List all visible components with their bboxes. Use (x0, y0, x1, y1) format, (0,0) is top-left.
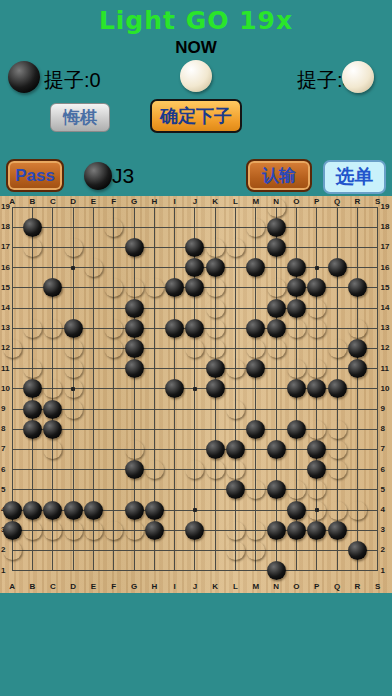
stone-black-M16 (246, 258, 265, 277)
stone-white-D12 (64, 339, 83, 358)
stone-black-G14 (125, 299, 144, 318)
grid-line-vertical (276, 207, 277, 571)
stone-black-O14 (287, 299, 306, 318)
stone-white-C13 (43, 319, 62, 338)
stone-black-J17 (185, 238, 204, 257)
stone-black-G11 (125, 359, 144, 378)
stone-black-I15 (165, 278, 184, 297)
coord-letter-bottom: G (130, 583, 138, 591)
stone-black-A3 (3, 521, 22, 540)
coord-number-right: 7 (381, 445, 392, 453)
stone-white-K6 (206, 460, 225, 479)
stone-white-C7 (43, 440, 62, 459)
coord-number-right: 16 (381, 264, 392, 272)
coord-letter-top: R (353, 198, 361, 206)
stone-white-D11 (64, 359, 83, 378)
star-point (193, 387, 197, 391)
stone-black-M8 (246, 420, 265, 439)
stone-white-M5 (246, 480, 265, 499)
stone-white-P4 (307, 501, 326, 520)
now-turn-stone (180, 60, 212, 92)
coord-letter-bottom: B (29, 583, 37, 591)
stone-white-N15 (267, 278, 286, 297)
grid-line-horizontal (12, 570, 377, 571)
stone-white-P14 (307, 299, 326, 318)
coord-number-right: 1 (381, 567, 392, 575)
stone-black-Q16 (328, 258, 347, 277)
coord-number-left: 5 (1, 486, 11, 494)
coord-number-right: 3 (381, 526, 392, 534)
star-point (71, 266, 75, 270)
stone-white-M12 (246, 339, 265, 358)
stone-white-O13 (287, 319, 306, 338)
stone-black-O15 (287, 278, 306, 297)
stone-black-K16 (206, 258, 225, 277)
stone-white-J12 (185, 339, 204, 358)
pass-button[interactable]: Pass (6, 159, 64, 192)
coord-letter-bottom: C (49, 583, 57, 591)
stone-black-B4 (23, 501, 42, 520)
coord-letter-top: J (191, 198, 199, 206)
stone-white-B3 (23, 521, 42, 540)
app-title: Light GO 19x (0, 6, 392, 35)
stone-white-L11 (226, 359, 245, 378)
coord-number-left: 19 (1, 203, 11, 211)
stone-black-P15 (307, 278, 326, 297)
stone-white-C10 (43, 379, 62, 398)
coord-number-left: 11 (1, 365, 11, 373)
stone-white-E16 (84, 258, 103, 277)
coord-number-left: 6 (1, 466, 11, 474)
stone-white-P11 (307, 359, 326, 378)
stone-white-G3 (125, 521, 144, 540)
go-board[interactable]: AABBCCDDEEFFGGHHIIJJKKLLMMNNOOPPQQRRSS19… (0, 196, 392, 593)
stone-black-G6 (125, 460, 144, 479)
stone-black-D13 (64, 319, 83, 338)
stone-white-B13 (23, 319, 42, 338)
stone-white-H6 (145, 460, 164, 479)
stone-white-N12 (267, 339, 286, 358)
coord-letter-bottom: R (353, 583, 361, 591)
stone-black-R2 (348, 541, 367, 560)
stone-white-L3 (226, 521, 245, 540)
stone-black-J13 (185, 319, 204, 338)
stone-white-B11 (23, 359, 42, 378)
stone-white-K15 (206, 278, 225, 297)
coord-letter-top: G (130, 198, 138, 206)
stone-white-F18 (104, 218, 123, 237)
star-point (193, 508, 197, 512)
stone-white-Q12 (328, 339, 347, 358)
coord-number-right: 12 (381, 344, 392, 352)
stone-white-Q6 (328, 460, 347, 479)
stone-black-N1 (267, 561, 286, 580)
coord-letter-bottom: S (374, 583, 382, 591)
coord-number-right: 15 (381, 284, 392, 292)
coord-letter-bottom: A (8, 583, 16, 591)
stone-black-P3 (307, 521, 326, 540)
grid-line-vertical (235, 207, 236, 571)
stone-black-A4 (3, 501, 22, 520)
grid-line-horizontal (12, 550, 377, 551)
stone-white-D17 (64, 238, 83, 257)
stone-white-K13 (206, 319, 225, 338)
stone-white-P5 (307, 480, 326, 499)
stone-black-R15 (348, 278, 367, 297)
stone-black-K7 (206, 440, 225, 459)
stone-black-O16 (287, 258, 306, 277)
stone-white-Q7 (328, 440, 347, 459)
stone-white-B17 (23, 238, 42, 257)
coord-letter-bottom: M (252, 583, 260, 591)
coord-letter-bottom: O (292, 583, 300, 591)
coord-number-right: 18 (381, 223, 392, 231)
coord-letter-bottom: J (191, 583, 199, 591)
app-window: Light GO 19x NOW 提子:0 提子:3 悔棋 确定下子 Pass … (0, 0, 392, 696)
coord-letter-top: H (150, 198, 158, 206)
stone-white-M2 (246, 541, 265, 560)
undo-button[interactable]: 悔棋 (50, 103, 110, 132)
stone-black-C9 (43, 400, 62, 419)
stone-black-B10 (23, 379, 42, 398)
last-move-stone (84, 162, 112, 190)
stone-black-H3 (145, 521, 164, 540)
stone-black-R12 (348, 339, 367, 358)
stone-black-G12 (125, 339, 144, 358)
stone-white-L2 (226, 541, 245, 560)
star-point (315, 266, 319, 270)
coord-number-right: 17 (381, 243, 392, 251)
coord-number-right: 5 (381, 486, 392, 494)
stone-white-F12 (104, 339, 123, 358)
stone-black-L5 (226, 480, 245, 499)
stone-black-H4 (145, 501, 164, 520)
coord-number-left: 18 (1, 223, 11, 231)
coord-letter-bottom: L (232, 583, 240, 591)
stone-white-P13 (307, 319, 326, 338)
coord-letter-bottom: N (272, 583, 280, 591)
coord-number-left: 8 (1, 425, 11, 433)
stone-black-M11 (246, 359, 265, 378)
stone-black-O10 (287, 379, 306, 398)
coord-letter-top: P (313, 198, 321, 206)
stone-white-A12 (3, 339, 22, 358)
coord-letter-bottom: E (89, 583, 97, 591)
coord-letter-top: C (49, 198, 57, 206)
coord-letter-top: F (110, 198, 118, 206)
stone-white-K17 (206, 238, 225, 257)
coord-letter-top: B (29, 198, 37, 206)
stone-white-Q4 (328, 501, 347, 520)
stone-black-J15 (185, 278, 204, 297)
coord-number-left: 1 (1, 567, 11, 575)
stone-black-B18 (23, 218, 42, 237)
coord-number-right: 8 (381, 425, 392, 433)
coord-letter-top: Q (333, 198, 341, 206)
stone-black-N7 (267, 440, 286, 459)
coord-letter-bottom: I (171, 583, 179, 591)
stone-white-K12 (206, 339, 225, 358)
stone-white-L6 (226, 460, 245, 479)
stone-white-L17 (226, 238, 245, 257)
black-captures-label: 提子:0 (44, 67, 101, 94)
stone-black-B8 (23, 420, 42, 439)
stone-white-H15 (145, 278, 164, 297)
stone-white-N19 (267, 198, 286, 217)
stone-black-C4 (43, 501, 62, 520)
stone-white-L9 (226, 400, 245, 419)
stone-white-K14 (206, 299, 225, 318)
stone-white-O5 (287, 480, 306, 499)
coord-number-right: 14 (381, 304, 392, 312)
coord-number-left: 14 (1, 304, 11, 312)
coord-number-left: 17 (1, 243, 11, 251)
stone-white-A2 (3, 541, 22, 560)
stone-black-N18 (267, 218, 286, 237)
stone-black-Q10 (328, 379, 347, 398)
coord-number-right: 19 (381, 203, 392, 211)
stone-white-D10 (64, 379, 83, 398)
stone-white-D9 (64, 400, 83, 419)
stone-black-J16 (185, 258, 204, 277)
coord-letter-bottom: Q (333, 583, 341, 591)
stone-black-P6 (307, 460, 326, 479)
stone-white-R13 (348, 319, 367, 338)
stone-white-J6 (185, 460, 204, 479)
stone-white-F3 (104, 521, 123, 540)
stone-black-B9 (23, 400, 42, 419)
stone-black-N3 (267, 521, 286, 540)
stone-black-G13 (125, 319, 144, 338)
stone-black-I13 (165, 319, 184, 338)
stone-black-P7 (307, 440, 326, 459)
coord-number-right: 2 (381, 546, 392, 554)
stone-black-R11 (348, 359, 367, 378)
stone-black-O3 (287, 521, 306, 540)
stone-black-P10 (307, 379, 326, 398)
stone-black-N14 (267, 299, 286, 318)
stone-white-F13 (104, 319, 123, 338)
coord-letter-top: D (69, 198, 77, 206)
stone-black-C8 (43, 420, 62, 439)
stone-black-K10 (206, 379, 225, 398)
coord-number-left: 10 (1, 385, 11, 393)
stone-black-M13 (246, 319, 265, 338)
coord-letter-top: E (89, 198, 97, 206)
coord-letter-top: M (252, 198, 260, 206)
resign-button[interactable]: 认输 (246, 159, 312, 192)
stone-black-E4 (84, 501, 103, 520)
last-move-label: J3 (112, 164, 134, 188)
coord-number-right: 6 (381, 466, 392, 474)
coord-letter-bottom: K (211, 583, 219, 591)
stone-black-O8 (287, 420, 306, 439)
coord-letter-bottom: P (313, 583, 321, 591)
stone-white-R4 (348, 501, 367, 520)
stone-black-Q3 (328, 521, 347, 540)
coord-letter-bottom: F (110, 583, 118, 591)
stone-black-G4 (125, 501, 144, 520)
stone-white-F15 (104, 278, 123, 297)
coord-number-left: 15 (1, 284, 11, 292)
stone-white-P8 (307, 420, 326, 439)
coord-number-right: 10 (381, 385, 392, 393)
stone-white-D3 (64, 521, 83, 540)
coord-number-left: 13 (1, 324, 11, 332)
coord-number-left: 16 (1, 264, 11, 272)
stone-black-L7 (226, 440, 245, 459)
coord-letter-bottom: H (150, 583, 158, 591)
stone-white-M3 (246, 521, 265, 540)
coord-number-right: 9 (381, 405, 392, 413)
confirm-move-button[interactable]: 确定下子 (150, 99, 242, 133)
coord-number-right: 13 (381, 324, 392, 332)
stone-black-N13 (267, 319, 286, 338)
coord-number-left: 9 (1, 405, 11, 413)
coord-letter-top: L (232, 198, 240, 206)
stone-white-Q8 (328, 420, 347, 439)
coord-number-left: 7 (1, 445, 11, 453)
stone-white-C3 (43, 521, 62, 540)
coord-number-right: 4 (381, 506, 392, 514)
stone-white-O11 (287, 359, 306, 378)
coord-letter-bottom: D (69, 583, 77, 591)
coord-number-right: 11 (381, 365, 392, 373)
menu-button[interactable]: 选单 (323, 160, 386, 194)
stone-black-K11 (206, 359, 225, 378)
stone-black-N5 (267, 480, 286, 499)
now-label: NOW (0, 38, 392, 58)
coord-letter-top: I (171, 198, 179, 206)
stone-black-I10 (165, 379, 184, 398)
black-player-stone (8, 61, 40, 93)
stone-black-J3 (185, 521, 204, 540)
stone-black-N17 (267, 238, 286, 257)
stone-white-G7 (125, 440, 144, 459)
white-player-stone (342, 61, 374, 93)
stone-black-O4 (287, 501, 306, 520)
coord-letter-top: K (211, 198, 219, 206)
stone-black-D4 (64, 501, 83, 520)
stone-white-E3 (84, 521, 103, 540)
stone-white-M18 (246, 218, 265, 237)
stone-black-C15 (43, 278, 62, 297)
coord-letter-top: O (292, 198, 300, 206)
grid-line-vertical (377, 207, 378, 571)
stone-white-G15 (125, 278, 144, 297)
stone-black-G17 (125, 238, 144, 257)
